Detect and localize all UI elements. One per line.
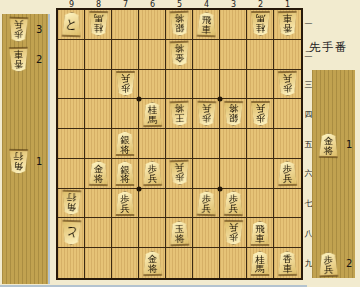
kanji-char: 兵 — [283, 174, 293, 184]
kanji-char: 行 — [66, 192, 76, 202]
piece-kanji: 歩兵 — [277, 161, 298, 185]
kanji-char: 銀 — [228, 112, 238, 122]
square-17[interactable] — [274, 189, 301, 219]
kanji-char: 兵 — [174, 162, 184, 172]
kanji-char: 香 — [283, 23, 293, 33]
kanji-char: 兵 — [228, 204, 238, 214]
kanji-char: 歩 — [120, 83, 130, 93]
kanji-char: 歩 — [255, 113, 265, 123]
square-77[interactable]: 歩兵 — [112, 189, 139, 219]
piece-kanji: 玉将 — [168, 220, 190, 245]
gote-knight-piece[interactable]: 桂馬 — [87, 12, 108, 36]
kanji-char: 兵 — [120, 204, 130, 214]
kanji-char: 将 — [120, 145, 130, 155]
gote-hand-bishop-count: 1 — [36, 157, 42, 167]
kanji-char: 車 — [283, 13, 293, 23]
piece-kanji: 桂馬 — [250, 251, 271, 275]
square-72[interactable] — [112, 40, 139, 70]
sente-pawn-piece[interactable]: 歩兵 — [141, 161, 162, 185]
square-94[interactable] — [58, 99, 85, 129]
piece-kanji: 飛車 — [195, 12, 217, 37]
piece-kanji: 銀将 — [115, 161, 136, 185]
sente-pawn-piece[interactable]: 歩兵 — [277, 161, 298, 185]
square-65[interactable] — [139, 129, 166, 159]
kanji-char: 車 — [14, 49, 24, 59]
square-39[interactable] — [220, 248, 247, 278]
kanji-char: 銀 — [174, 23, 184, 33]
gote-hand-pawn: 歩兵3 — [8, 17, 42, 43]
square-98[interactable]: と — [58, 218, 85, 248]
piece-kanji: 歩兵 — [141, 161, 162, 185]
gote-king-piece[interactable]: 王将 — [168, 101, 190, 126]
gote-silver-piece[interactable]: 銀将 — [222, 102, 243, 126]
square-31[interactable] — [220, 10, 247, 40]
sente-gold-piece[interactable]: 金将 — [141, 251, 162, 275]
piece-kanji: 桂馬 — [250, 12, 271, 36]
kanji-char: 角 — [66, 202, 76, 212]
gote-hand-lance: 香車2 — [8, 47, 42, 73]
square-95[interactable] — [58, 129, 85, 159]
square-43[interactable] — [193, 70, 220, 100]
square-86[interactable]: 金将 — [85, 159, 112, 189]
gote-hand-lance-count: 2 — [36, 55, 42, 65]
square-56[interactable]: 歩兵 — [166, 159, 193, 189]
kanji-char: 兵 — [14, 19, 24, 29]
piece-kanji: 歩兵 — [277, 72, 298, 96]
gote-lance-piece[interactable]: 香車 — [277, 12, 298, 36]
piece-kanji: 歩兵 — [115, 72, 136, 96]
gote-hand-bishop: 角行1 — [8, 149, 42, 175]
square-26[interactable] — [247, 159, 274, 189]
kanji-char: 歩 — [13, 29, 23, 39]
square-24[interactable]: 歩兵 — [247, 99, 274, 129]
square-28[interactable]: 飛車 — [247, 218, 274, 248]
kanji-char: 桂 — [93, 23, 103, 33]
kanji-char: と — [64, 228, 77, 238]
square-37[interactable]: 歩兵 — [220, 189, 247, 219]
gote-pawn-piece[interactable]: 歩兵 — [115, 72, 136, 96]
square-79[interactable] — [112, 248, 139, 278]
sente-rook-piece[interactable]: 飛車 — [195, 12, 217, 37]
piece-kanji: 桂馬 — [141, 102, 162, 126]
sente-knight-piece[interactable]: 桂馬 — [141, 102, 162, 126]
square-29[interactable]: 桂馬 — [247, 248, 274, 278]
square-91[interactable]: と — [58, 10, 85, 40]
kanji-char: 角 — [14, 161, 24, 171]
gote-pawn-piece[interactable]: 歩兵 — [250, 102, 271, 126]
square-96[interactable] — [58, 159, 85, 189]
kanji-char: 歩 — [283, 83, 293, 93]
sente-silver-piece[interactable]: 銀将 — [115, 131, 136, 155]
piece-kanji: 歩兵 — [195, 101, 217, 126]
kanji-char: 将 — [147, 264, 157, 274]
square-87[interactable] — [85, 189, 112, 219]
star-point-icon — [218, 186, 223, 191]
gote-silver-piece[interactable]: 銀将 — [168, 12, 190, 37]
piece-kanji: 歩兵 — [318, 252, 340, 277]
square-13[interactable]: 歩兵 — [274, 70, 301, 100]
square-21[interactable]: 桂馬 — [247, 10, 274, 40]
square-48[interactable] — [193, 218, 220, 248]
kanji-char: 馬 — [255, 13, 265, 23]
square-19[interactable]: 香車 — [274, 248, 301, 278]
square-25[interactable] — [247, 129, 274, 159]
sente-pawn-piece[interactable]: 歩兵 — [222, 191, 243, 215]
piece-kanji: 香車 — [277, 12, 298, 36]
square-18[interactable] — [274, 218, 301, 248]
square-78[interactable] — [112, 218, 139, 248]
sente-rook-piece[interactable]: 飛車 — [250, 221, 271, 245]
square-14[interactable] — [274, 99, 301, 129]
square-63[interactable] — [139, 70, 166, 100]
kanji-char: 兵 — [147, 174, 157, 184]
piece-kanji: 銀将 — [222, 102, 243, 126]
square-46[interactable] — [193, 159, 220, 189]
square-49[interactable] — [193, 248, 220, 278]
kanji-char: 桂 — [255, 23, 265, 33]
square-92[interactable] — [58, 40, 85, 70]
kanji-char: 香 — [14, 59, 24, 69]
square-81[interactable]: 桂馬 — [85, 10, 112, 40]
square-22[interactable] — [247, 40, 274, 70]
square-38[interactable]: 歩兵 — [220, 218, 247, 248]
square-68[interactable] — [139, 218, 166, 248]
square-52[interactable]: 金将 — [166, 40, 193, 70]
kanji-char: 車 — [201, 25, 211, 35]
square-41[interactable]: 飛車 — [193, 10, 220, 40]
sente-pawn-piece[interactable]: 歩兵 — [195, 191, 217, 216]
sente-tokin-piece[interactable]: と — [60, 12, 82, 37]
gote-pawn-piece[interactable]: 歩兵 — [195, 101, 217, 126]
square-71[interactable] — [112, 10, 139, 40]
square-75[interactable]: 銀将 — [112, 129, 139, 159]
gote-captured-stand: 歩兵3香車2角行1 — [2, 14, 50, 284]
piece-kanji: 桂馬 — [87, 12, 108, 36]
board-grid: と桂馬銀将飛車桂馬香車金将歩兵歩兵桂馬王将歩兵銀将歩兵銀将金将銀将歩兵歩兵歩兵角… — [58, 10, 301, 278]
piece-kanji: 歩兵 — [115, 191, 136, 215]
sente-gold-piece[interactable]: 金将 — [87, 161, 108, 185]
square-83[interactable] — [85, 70, 112, 100]
kanji-char: 馬 — [93, 13, 103, 23]
sente-captured-stand: 金将1歩兵2 — [312, 70, 355, 278]
kanji-char: 兵 — [120, 73, 130, 83]
square-69[interactable]: 金将 — [139, 248, 166, 278]
gote-bishop-piece[interactable]: 角行 — [8, 150, 29, 174]
piece-kanji: 香車 — [8, 48, 29, 72]
square-61[interactable] — [139, 10, 166, 40]
piece-kanji: 飛車 — [250, 221, 271, 245]
square-54[interactable]: 王将 — [166, 99, 193, 129]
sente-gold-piece[interactable]: 金将 — [318, 133, 339, 157]
square-33[interactable] — [220, 70, 247, 100]
square-67[interactable] — [139, 189, 166, 219]
piece-kanji: 金将 — [318, 133, 339, 157]
piece-kanji: と — [60, 220, 82, 245]
kanji-char: 金 — [174, 53, 184, 63]
kanji-char: 兵 — [201, 103, 211, 113]
gote-pawn-piece[interactable]: 歩兵 — [222, 221, 243, 245]
gote-pawn-piece[interactable]: 歩兵 — [8, 18, 30, 43]
piece-kanji: 角行 — [60, 191, 82, 216]
kanji-char: 将 — [174, 103, 184, 113]
square-66[interactable]: 歩兵 — [139, 159, 166, 189]
sente-silver-piece[interactable]: 銀将 — [115, 161, 136, 185]
kanji-char: 兵 — [283, 73, 293, 83]
kanji-char: 兵 — [324, 265, 334, 275]
square-59[interactable] — [166, 248, 193, 278]
piece-kanji: 角行 — [8, 150, 29, 174]
sente-hand-gold-count: 1 — [346, 140, 352, 150]
square-58[interactable]: 玉将 — [166, 218, 193, 248]
square-99[interactable] — [58, 248, 85, 278]
kanji-char: と — [64, 19, 77, 29]
gote-gold-piece[interactable]: 金将 — [168, 42, 190, 67]
gote-lance-piece[interactable]: 香車 — [8, 48, 29, 72]
sente-pawn-piece[interactable]: 歩兵 — [318, 252, 340, 277]
kanji-char: 将 — [174, 43, 184, 53]
piece-kanji: 金将 — [141, 251, 162, 275]
kanji-char: 将 — [120, 174, 130, 184]
kanji-char: 将 — [93, 174, 103, 184]
square-97[interactable]: 角行 — [58, 189, 85, 219]
piece-kanji: 王将 — [168, 101, 190, 126]
piece-kanji: 香車 — [277, 251, 298, 275]
square-51[interactable]: 銀将 — [166, 10, 193, 40]
gote-hand-pawn-count: 3 — [36, 25, 42, 35]
square-57[interactable] — [166, 189, 193, 219]
square-64[interactable]: 桂馬 — [139, 99, 166, 129]
sente-king-piece[interactable]: 玉将 — [168, 220, 190, 245]
square-53[interactable] — [166, 70, 193, 100]
star-point-icon — [137, 97, 142, 102]
piece-kanji: 歩兵 — [168, 161, 190, 186]
square-27[interactable] — [247, 189, 274, 219]
piece-kanji: 銀将 — [115, 131, 136, 155]
piece-kanji: 歩兵 — [8, 18, 30, 43]
sente-hand-gold: 金将1 — [318, 132, 352, 158]
kanji-char: 将 — [324, 146, 334, 156]
kanji-char: 将 — [174, 13, 184, 23]
sente-hand-pawn: 歩兵2 — [318, 251, 352, 277]
kanji-char: 車 — [283, 264, 293, 274]
square-74[interactable] — [112, 99, 139, 129]
sente-pawn-piece[interactable]: 歩兵 — [115, 191, 136, 215]
kanji-char: 馬 — [255, 264, 265, 274]
piece-kanji: 歩兵 — [250, 102, 271, 126]
square-85[interactable] — [85, 129, 112, 159]
square-62[interactable] — [139, 40, 166, 70]
piece-kanji: 歩兵 — [222, 221, 243, 245]
square-73[interactable]: 歩兵 — [112, 70, 139, 100]
piece-kanji: と — [60, 12, 82, 37]
gote-pawn-piece[interactable]: 歩兵 — [168, 161, 190, 186]
turn-indicator: 先手番 — [309, 40, 348, 55]
kanji-char: 馬 — [147, 115, 157, 125]
sente-hand-pawn-count: 2 — [346, 259, 352, 269]
square-93[interactable] — [58, 70, 85, 100]
square-88[interactable] — [85, 218, 112, 248]
square-55[interactable] — [166, 129, 193, 159]
kanji-char: 将 — [174, 234, 184, 244]
gote-bishop-piece[interactable]: 角行 — [60, 191, 82, 216]
kanji-char: 兵 — [201, 204, 211, 214]
square-11[interactable]: 香車 — [274, 10, 301, 40]
shogi-board: と桂馬銀将飛車桂馬香車金将歩兵歩兵桂馬王将歩兵銀将歩兵銀将金将銀将歩兵歩兵歩兵角… — [56, 8, 303, 280]
gote-pawn-piece[interactable]: 歩兵 — [277, 72, 298, 96]
kanji-char: 兵 — [255, 103, 265, 113]
square-44[interactable]: 歩兵 — [193, 99, 220, 129]
kanji-char: 行 — [14, 151, 24, 161]
kanji-char: 兵 — [228, 222, 238, 232]
gote-tokin-piece[interactable]: と — [60, 220, 82, 245]
rank-label-1: 一 — [304, 10, 314, 40]
piece-kanji: 歩兵 — [222, 191, 243, 215]
square-42[interactable] — [193, 40, 220, 70]
piece-kanji: 銀将 — [168, 12, 190, 37]
shogi-diagram: 歩兵3香車2角行1 987654321 と桂馬銀将飛車桂馬香車金将歩兵歩兵桂馬王… — [0, 0, 360, 287]
kanji-char: 歩 — [174, 172, 184, 182]
star-point-icon — [218, 97, 223, 102]
square-84[interactable] — [85, 99, 112, 129]
star-point-icon — [137, 186, 142, 191]
kanji-char: 将 — [228, 103, 238, 113]
gote-knight-piece[interactable]: 桂馬 — [250, 12, 271, 36]
kanji-char: 歩 — [228, 232, 238, 242]
sente-knight-piece[interactable]: 桂馬 — [250, 251, 271, 275]
square-82[interactable] — [85, 40, 112, 70]
square-16[interactable]: 歩兵 — [274, 159, 301, 189]
square-34[interactable]: 銀将 — [220, 99, 247, 129]
piece-kanji: 金将 — [87, 161, 108, 185]
square-89[interactable] — [85, 248, 112, 278]
square-36[interactable] — [220, 159, 247, 189]
square-47[interactable]: 歩兵 — [193, 189, 220, 219]
sente-lance-piece[interactable]: 香車 — [277, 251, 298, 275]
square-23[interactable] — [247, 70, 274, 100]
square-32[interactable] — [220, 40, 247, 70]
square-76[interactable]: 銀将 — [112, 159, 139, 189]
square-35[interactable] — [220, 129, 247, 159]
square-15[interactable] — [274, 129, 301, 159]
piece-kanji: 金将 — [168, 42, 190, 67]
piece-kanji: 歩兵 — [195, 191, 217, 216]
kanji-char: 車 — [255, 234, 265, 244]
square-45[interactable] — [193, 129, 220, 159]
square-12[interactable] — [274, 40, 301, 70]
